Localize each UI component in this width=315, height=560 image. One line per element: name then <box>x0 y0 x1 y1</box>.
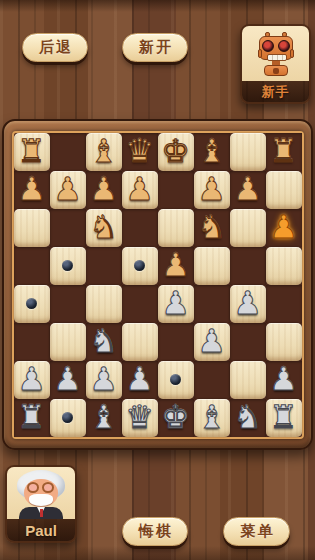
square-f5[interactable] <box>194 247 230 285</box>
square-h8[interactable]: ♜ <box>266 133 302 171</box>
square-b3[interactable] <box>50 323 86 361</box>
square-b6[interactable] <box>50 209 86 247</box>
piece-black-bishop: ♝ <box>89 133 118 169</box>
square-e6[interactable] <box>158 209 194 247</box>
piece-black-pawn: ♟ <box>269 209 298 245</box>
square-c2[interactable]: ♟ <box>86 361 122 399</box>
piece-white-pawn: ♟ <box>233 285 262 321</box>
square-d5[interactable] <box>122 247 158 285</box>
square-c7[interactable]: ♟ <box>86 171 122 209</box>
square-e5[interactable]: ♟ <box>158 247 194 285</box>
back-button[interactable]: 后退 <box>22 33 88 62</box>
opponent-panel[interactable]: 新手 <box>240 24 311 104</box>
piece-black-pawn: ♟ <box>161 247 190 283</box>
square-b2[interactable]: ♟ <box>50 361 86 399</box>
piece-white-knight: ♞ <box>89 323 118 359</box>
piece-black-pawn: ♟ <box>53 171 82 207</box>
piece-black-king: ♚ <box>161 133 190 169</box>
square-f7[interactable]: ♟ <box>194 171 230 209</box>
undo-move-button[interactable]: 悔棋 <box>122 517 188 546</box>
square-c3[interactable]: ♞ <box>86 323 122 361</box>
square-c8[interactable]: ♝ <box>86 133 122 171</box>
square-e8[interactable]: ♚ <box>158 133 194 171</box>
square-g2[interactable] <box>230 361 266 399</box>
piece-white-pawn: ♟ <box>269 361 298 397</box>
robot-ear <box>290 49 294 58</box>
avatar-suit <box>19 507 63 519</box>
square-h6[interactable]: ♟ <box>266 209 302 247</box>
square-c4[interactable] <box>86 285 122 323</box>
square-g4[interactable]: ♟ <box>230 285 266 323</box>
menu-button[interactable]: 菜单 <box>223 517 290 546</box>
square-e4[interactable]: ♟ <box>158 285 194 323</box>
square-b1[interactable] <box>50 399 86 437</box>
piece-black-bishop: ♝ <box>197 133 226 169</box>
square-b7[interactable]: ♟ <box>50 171 86 209</box>
square-c6[interactable]: ♞ <box>86 209 122 247</box>
square-g7[interactable]: ♟ <box>230 171 266 209</box>
square-h7[interactable] <box>266 171 302 209</box>
square-g1[interactable]: ♞ <box>230 399 266 437</box>
app-screen: 后退 新开 新手 ♜♝♛♚♝♜♟♟♟♟♟♟♞♞♟♟♟♟♞♟♟♟♟♟♟♜♝♛♚♝ <box>0 0 315 560</box>
piece-black-pawn: ♟ <box>89 171 118 207</box>
square-e7[interactable] <box>158 171 194 209</box>
robot-body <box>264 65 288 76</box>
move-hint-dot[interactable] <box>26 298 37 309</box>
player-panel[interactable]: Paul <box>5 465 77 543</box>
piece-black-pawn: ♟ <box>125 171 154 207</box>
square-a3[interactable] <box>14 323 50 361</box>
piece-black-rook: ♜ <box>17 133 46 169</box>
square-d1[interactable]: ♛ <box>122 399 158 437</box>
piece-black-queen: ♛ <box>125 133 154 169</box>
move-hint-dot[interactable] <box>134 260 145 271</box>
player-avatar <box>7 467 75 519</box>
square-a2[interactable]: ♟ <box>14 361 50 399</box>
robot-eye <box>262 40 274 52</box>
square-h3[interactable] <box>266 323 302 361</box>
square-h2[interactable]: ♟ <box>266 361 302 399</box>
piece-black-knight: ♞ <box>197 209 226 245</box>
square-d7[interactable]: ♟ <box>122 171 158 209</box>
square-d6[interactable] <box>122 209 158 247</box>
piece-white-pawn: ♟ <box>197 323 226 359</box>
square-d2[interactable]: ♟ <box>122 361 158 399</box>
square-b8[interactable] <box>50 133 86 171</box>
square-h4[interactable] <box>266 285 302 323</box>
square-d8[interactable]: ♛ <box>122 133 158 171</box>
move-hint-dot[interactable] <box>62 260 73 271</box>
avatar-glasses <box>27 482 39 493</box>
new-game-button[interactable]: 新开 <box>122 33 188 62</box>
square-f1[interactable]: ♝ <box>194 399 230 437</box>
square-b5[interactable] <box>50 247 86 285</box>
square-c1[interactable]: ♝ <box>86 399 122 437</box>
robot-eye <box>278 40 290 52</box>
piece-white-knight: ♞ <box>233 399 262 435</box>
square-h5[interactable] <box>266 247 302 285</box>
square-a4[interactable] <box>14 285 50 323</box>
square-d3[interactable] <box>122 323 158 361</box>
piece-white-pawn: ♟ <box>161 285 190 321</box>
square-a7[interactable]: ♟ <box>14 171 50 209</box>
piece-white-king: ♚ <box>161 399 190 435</box>
piece-black-rook: ♜ <box>269 133 298 169</box>
square-g6[interactable] <box>230 209 266 247</box>
avatar-mustache <box>29 494 53 506</box>
square-c5[interactable] <box>86 247 122 285</box>
opponent-rank-label: 新手 <box>242 81 309 102</box>
chess-board-border: ♜♝♛♚♝♜♟♟♟♟♟♟♞♞♟♟♟♟♞♟♟♟♟♟♟♜♝♛♚♝♞♜ <box>12 131 304 439</box>
square-e2[interactable] <box>158 361 194 399</box>
square-a1[interactable]: ♜ <box>14 399 50 437</box>
piece-white-rook: ♜ <box>269 399 298 435</box>
square-a5[interactable] <box>14 247 50 285</box>
move-hint-dot[interactable] <box>170 374 181 385</box>
piece-black-pawn: ♟ <box>17 171 46 207</box>
piece-black-pawn: ♟ <box>233 171 262 207</box>
piece-white-pawn: ♟ <box>53 361 82 397</box>
square-a6[interactable] <box>14 209 50 247</box>
piece-white-pawn: ♟ <box>89 361 118 397</box>
piece-black-knight: ♞ <box>89 209 118 245</box>
move-hint-dot[interactable] <box>62 412 73 423</box>
square-e3[interactable] <box>158 323 194 361</box>
player-name-label: Paul <box>7 519 75 541</box>
piece-white-pawn: ♟ <box>125 361 154 397</box>
square-f8[interactable]: ♝ <box>194 133 230 171</box>
square-g3[interactable] <box>230 323 266 361</box>
square-e1[interactable]: ♚ <box>158 399 194 437</box>
robot-head <box>259 36 293 60</box>
square-d4[interactable] <box>122 285 158 323</box>
old-man-avatar-icon <box>15 470 67 519</box>
robot-ear <box>258 49 262 58</box>
piece-white-bishop: ♝ <box>197 399 226 435</box>
avatar-tie <box>40 509 43 517</box>
square-g5[interactable] <box>230 247 266 285</box>
square-a8[interactable]: ♜ <box>14 133 50 171</box>
robot-mouth <box>267 54 287 61</box>
square-g8[interactable] <box>230 133 266 171</box>
chess-board-frame: ♜♝♛♚♝♜♟♟♟♟♟♟♞♞♟♟♟♟♞♟♟♟♟♟♟♜♝♛♚♝♞♜ <box>2 119 313 450</box>
piece-white-bishop: ♝ <box>89 399 118 435</box>
square-f4[interactable] <box>194 285 230 323</box>
square-f6[interactable]: ♞ <box>194 209 230 247</box>
square-f3[interactable]: ♟ <box>194 323 230 361</box>
piece-white-queen: ♛ <box>125 399 154 435</box>
piece-black-pawn: ♟ <box>197 171 226 207</box>
chess-board: ♜♝♛♚♝♜♟♟♟♟♟♟♞♞♟♟♟♟♞♟♟♟♟♟♟♜♝♛♚♝♞♜ <box>14 133 302 437</box>
piece-white-pawn: ♟ <box>17 361 46 397</box>
square-h1[interactable]: ♜ <box>266 399 302 437</box>
opponent-avatar <box>242 26 309 81</box>
robot-avatar-icon <box>256 32 296 78</box>
piece-white-rook: ♜ <box>17 399 46 435</box>
square-b4[interactable] <box>50 285 86 323</box>
avatar-glasses <box>42 482 54 493</box>
square-f2[interactable] <box>194 361 230 399</box>
